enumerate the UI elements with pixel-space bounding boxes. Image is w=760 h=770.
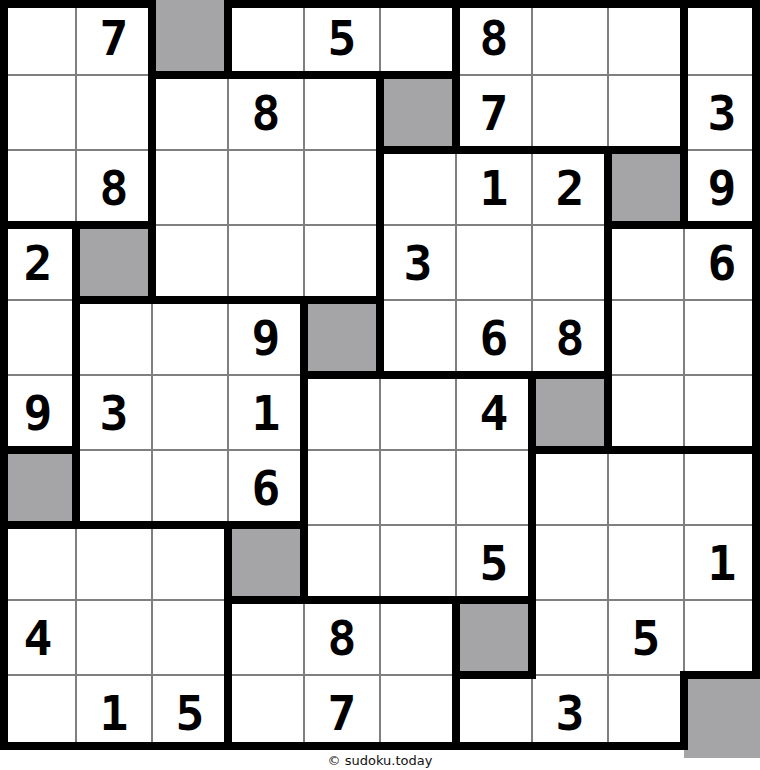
cell-r6c9[interactable] <box>608 375 684 450</box>
cell-r4c10: 6 <box>684 225 760 300</box>
cell-r7c2[interactable] <box>76 450 152 525</box>
cell-r2c10: 3 <box>684 75 760 150</box>
cell-r8c10: 1 <box>684 525 760 600</box>
cell-r6c1: 9 <box>0 375 76 450</box>
cell-r6c10[interactable] <box>684 375 760 450</box>
cell-r6c4: 1 <box>228 375 304 450</box>
region-border-v-11 <box>680 0 688 229</box>
cell-r4c3[interactable] <box>152 225 228 300</box>
cell-r6c7: 4 <box>456 375 532 450</box>
cell-r7c6[interactable] <box>380 450 456 525</box>
cell-r7c1 <box>0 450 76 525</box>
cell-r10c7[interactable] <box>456 675 532 750</box>
cell-r9c4[interactable] <box>228 600 304 675</box>
cell-r10c8: 3 <box>532 675 608 750</box>
cell-r8c8[interactable] <box>532 525 608 600</box>
cell-r10c6[interactable] <box>380 675 456 750</box>
cell-r1c4[interactable] <box>228 0 304 75</box>
cell-r8c7: 5 <box>456 525 532 600</box>
cell-r9c2[interactable] <box>76 600 152 675</box>
cell-r10c5: 7 <box>304 675 380 750</box>
cell-r3c10: 9 <box>684 150 760 225</box>
cell-r4c1: 2 <box>0 225 76 300</box>
cell-r1c7: 8 <box>456 0 532 75</box>
cell-r2c7: 7 <box>456 75 532 150</box>
cell-r7c9[interactable] <box>608 450 684 525</box>
region-border-h-14 <box>0 742 688 750</box>
site-caption: © sudoku.today <box>0 750 760 770</box>
region-border-v-2 <box>148 0 156 304</box>
region-border-h-6 <box>72 296 384 304</box>
region-border-v-7 <box>452 0 460 154</box>
cell-r5c10[interactable] <box>684 300 760 375</box>
cell-r2c4: 8 <box>228 75 304 150</box>
cell-r6c3[interactable] <box>152 375 228 450</box>
cell-r6c8 <box>532 375 608 450</box>
region-border-h-8 <box>0 446 80 454</box>
cell-r3c2: 8 <box>76 150 152 225</box>
cell-r6c6[interactable] <box>380 375 456 450</box>
region-border-h-13 <box>680 671 760 679</box>
cell-r2c8[interactable] <box>532 75 608 150</box>
cell-r3c9 <box>608 150 684 225</box>
cell-r2c2[interactable] <box>76 75 152 150</box>
cell-r5c3[interactable] <box>152 300 228 375</box>
cell-r5c8: 8 <box>532 300 608 375</box>
puzzle-page: 758873812923696893146514851573 © sudoku.… <box>0 0 760 770</box>
cell-r8c2[interactable] <box>76 525 152 600</box>
region-border-v-9 <box>528 371 536 679</box>
cell-r2c6 <box>380 75 456 150</box>
region-border-v-13 <box>752 0 760 679</box>
cell-r2c1[interactable] <box>0 75 76 150</box>
region-border-h-11 <box>224 596 536 604</box>
cell-r9c6[interactable] <box>380 600 456 675</box>
region-border-h-10 <box>0 521 308 529</box>
cell-r3c5[interactable] <box>304 150 380 225</box>
cell-r3c4[interactable] <box>228 150 304 225</box>
cell-r3c3[interactable] <box>152 150 228 225</box>
cell-r5c5 <box>304 300 380 375</box>
cell-r4c6: 3 <box>380 225 456 300</box>
cell-r5c7: 6 <box>456 300 532 375</box>
cell-r1c10[interactable] <box>684 0 760 75</box>
cell-r5c6[interactable] <box>380 300 456 375</box>
cell-r1c6[interactable] <box>380 0 456 75</box>
cell-r4c9[interactable] <box>608 225 684 300</box>
region-border-v-6 <box>376 71 384 379</box>
cell-r5c2[interactable] <box>76 300 152 375</box>
cell-r8c4 <box>228 525 304 600</box>
region-border-h-0 <box>0 0 156 8</box>
cell-r1c9[interactable] <box>608 0 684 75</box>
cell-r8c5[interactable] <box>304 525 380 600</box>
cell-r7c7[interactable] <box>456 450 532 525</box>
cell-r7c5[interactable] <box>304 450 380 525</box>
cell-r9c9: 5 <box>608 600 684 675</box>
region-border-v-3 <box>224 0 232 79</box>
cell-r1c2: 7 <box>76 0 152 75</box>
cell-r5c4: 9 <box>228 300 304 375</box>
region-border-v-5 <box>300 296 308 604</box>
cell-r8c3[interactable] <box>152 525 228 600</box>
cell-r3c6[interactable] <box>380 150 456 225</box>
region-border-v-0 <box>0 0 8 750</box>
cell-r6c2: 3 <box>76 375 152 450</box>
cell-r1c5: 5 <box>304 0 380 75</box>
cell-r7c8[interactable] <box>532 450 608 525</box>
cell-r10c9[interactable] <box>608 675 684 750</box>
cell-r5c9[interactable] <box>608 300 684 375</box>
cell-r2c3[interactable] <box>152 75 228 150</box>
region-border-h-12 <box>452 671 536 679</box>
cell-r1c3 <box>152 0 228 75</box>
cell-r7c4: 6 <box>228 450 304 525</box>
cell-r9c8[interactable] <box>532 600 608 675</box>
cell-r2c9[interactable] <box>608 75 684 150</box>
region-border-v-4 <box>224 521 232 750</box>
cell-r8c6[interactable] <box>380 525 456 600</box>
cell-r5c1[interactable] <box>0 300 76 375</box>
region-border-h-3 <box>376 146 688 154</box>
region-border-h-9 <box>528 446 760 454</box>
cell-r9c3[interactable] <box>152 600 228 675</box>
cell-r7c10[interactable] <box>684 450 760 525</box>
cell-r2c5[interactable] <box>304 75 380 150</box>
cell-r9c10[interactable] <box>684 600 760 675</box>
region-border-v-10 <box>604 146 612 454</box>
cell-r4c7[interactable] <box>456 225 532 300</box>
cell-r4c8[interactable] <box>532 225 608 300</box>
cell-r10c1[interactable] <box>0 675 76 750</box>
cell-r3c1[interactable] <box>0 150 76 225</box>
cell-r6c5[interactable] <box>304 375 380 450</box>
cell-r1c8[interactable] <box>532 0 608 75</box>
region-border-h-7 <box>300 371 612 379</box>
region-border-v-1 <box>72 221 80 529</box>
cell-r4c5[interactable] <box>304 225 380 300</box>
sudoku-board: 758873812923696893146514851573 <box>0 0 760 750</box>
cell-r8c1[interactable] <box>0 525 76 600</box>
region-border-h-2 <box>148 71 460 79</box>
cell-r4c4[interactable] <box>228 225 304 300</box>
cell-r7c3[interactable] <box>152 450 228 525</box>
cell-r4c2 <box>76 225 152 300</box>
cell-r9c7 <box>456 600 532 675</box>
cell-r10c2: 1 <box>76 675 152 750</box>
cell-r10c10 <box>684 675 760 758</box>
cell-r1c1[interactable] <box>0 0 76 75</box>
cell-r3c8: 2 <box>532 150 608 225</box>
cell-r10c3: 5 <box>152 675 228 750</box>
cell-r9c5: 8 <box>304 600 380 675</box>
region-border-v-8 <box>452 596 460 750</box>
cell-r8c9[interactable] <box>608 525 684 600</box>
cell-r3c7: 1 <box>456 150 532 225</box>
cell-r9c1: 4 <box>0 600 76 675</box>
cell-r10c4[interactable] <box>228 675 304 750</box>
region-border-v-12 <box>680 671 688 750</box>
grid-line-horizontal-9 <box>0 674 760 676</box>
